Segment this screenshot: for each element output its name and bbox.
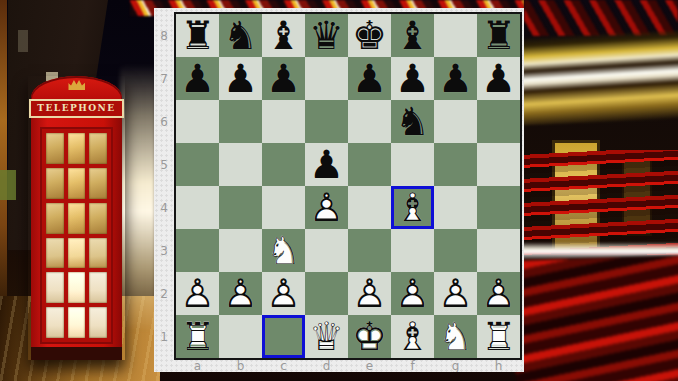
phone-box-roof (31, 76, 122, 100)
square-c6[interactable] (262, 100, 305, 143)
square-a6[interactable] (176, 100, 219, 143)
rank-label-5: 5 (154, 143, 174, 186)
telephone-sign-text: TELEPHONE (37, 104, 115, 113)
piece-glyph: ♝ (391, 14, 434, 57)
square-b4[interactable] (219, 186, 262, 229)
square-h6[interactable] (477, 100, 520, 143)
diagram-inner: 87654321 ♜♞♝♛♚♝♜♟♟♟♟♟♟♟♞♟♟♙♝♗♞♘♟♙♟♙♟♙♟♙♟… (154, 8, 524, 372)
shop-sign (0, 170, 16, 200)
window-pane (89, 203, 107, 234)
window-pane (46, 238, 64, 269)
piece-outline: ♙ (262, 272, 305, 315)
rank-label-4: 4 (154, 186, 174, 229)
square-a7[interactable]: ♟ (176, 57, 219, 100)
square-a5[interactable] (176, 143, 219, 186)
piece-white-pawn[interactable]: ♟♙ (219, 272, 262, 315)
crown-emblem-icon (68, 79, 85, 90)
square-f8[interactable]: ♝ (391, 14, 434, 57)
piece-outline: ♙ (391, 272, 434, 315)
lit-window (18, 30, 28, 52)
piece-outline: ♙ (434, 272, 477, 315)
phone-box-base (31, 347, 122, 360)
piece-glyph: ♟ (391, 57, 434, 100)
window-pane (68, 168, 86, 199)
square-f5[interactable] (391, 143, 434, 186)
light-trail (120, 64, 156, 328)
square-e5[interactable] (348, 143, 391, 186)
square-d1[interactable]: ♛♕ (305, 315, 348, 358)
piece-glyph: ♜ (176, 14, 219, 57)
square-f3[interactable] (391, 229, 434, 272)
square-g5[interactable] (434, 143, 477, 186)
rank-label-3: 3 (154, 229, 174, 272)
piece-black-knight[interactable]: ♞ (391, 100, 434, 143)
square-f1[interactable]: ♝♗ (391, 315, 434, 358)
rank-label-8: 8 (154, 14, 174, 57)
square-a8[interactable]: ♜ (176, 14, 219, 57)
file-label-a: a (176, 360, 219, 372)
piece-black-pawn[interactable]: ♟ (305, 143, 348, 186)
square-e8[interactable]: ♚ (348, 14, 391, 57)
piece-glyph: ♞ (391, 100, 434, 143)
piece-white-pawn[interactable]: ♟♙ (348, 272, 391, 315)
street-photo-right (524, 0, 678, 381)
square-c7[interactable]: ♟ (262, 57, 305, 100)
file-label-h: h (477, 360, 520, 372)
square-c8[interactable]: ♝ (262, 14, 305, 57)
square-c5[interactable] (262, 143, 305, 186)
file-label-f: f (391, 360, 434, 372)
window-pane (46, 272, 64, 303)
piece-black-pawn[interactable]: ♟ (219, 57, 262, 100)
rank-label-6: 6 (154, 100, 174, 143)
piece-black-pawn[interactable]: ♟ (434, 57, 477, 100)
square-h4[interactable] (477, 186, 520, 229)
piece-glyph: ♟ (477, 57, 520, 100)
piece-white-pawn[interactable]: ♟♙ (391, 272, 434, 315)
piece-outline: ♗ (391, 315, 434, 358)
rank-label-1: 1 (154, 315, 174, 358)
window-pane (46, 133, 64, 164)
piece-outline: ♙ (219, 272, 262, 315)
piece-white-knight[interactable]: ♞♘ (262, 229, 305, 272)
file-label-c: c (262, 360, 305, 372)
piece-black-knight[interactable]: ♞ (219, 14, 262, 57)
piece-outline: ♘ (434, 315, 477, 358)
square-h5[interactable] (477, 143, 520, 186)
street-photo-left: TELEPHONE (0, 0, 156, 381)
square-g3[interactable] (434, 229, 477, 272)
piece-white-pawn[interactable]: ♟♙ (262, 272, 305, 315)
square-d5[interactable]: ♟ (305, 143, 348, 186)
piece-white-king[interactable]: ♚♔ (348, 315, 391, 358)
phone-box-door (40, 127, 113, 344)
piece-glyph: ♞ (219, 14, 262, 57)
square-a4[interactable] (176, 186, 219, 229)
rank-labels: 87654321 (154, 12, 174, 372)
piece-glyph: ♚ (348, 14, 391, 57)
piece-black-pawn[interactable]: ♟ (391, 57, 434, 100)
square-c4[interactable] (262, 186, 305, 229)
window-pane (68, 203, 86, 234)
piece-outline: ♔ (348, 315, 391, 358)
square-b2[interactable]: ♟♙ (219, 272, 262, 315)
square-b3[interactable] (219, 229, 262, 272)
square-g8[interactable] (434, 14, 477, 57)
square-h8[interactable]: ♜ (477, 14, 520, 57)
square-b1[interactable] (219, 315, 262, 358)
square-g2[interactable]: ♟♙ (434, 272, 477, 315)
square-b5[interactable] (219, 143, 262, 186)
piece-glyph: ♟ (305, 143, 348, 186)
square-h2[interactable]: ♟♙ (477, 272, 520, 315)
piece-white-bishop[interactable]: ♝♗ (391, 315, 434, 358)
piece-black-pawn[interactable]: ♟ (176, 57, 219, 100)
square-e2[interactable]: ♟♙ (348, 272, 391, 315)
board-and-files: ♜♞♝♛♚♝♜♟♟♟♟♟♟♟♞♟♟♙♝♗♞♘♟♙♟♙♟♙♟♙♟♙♟♙♟♙♜♖♛♕… (174, 12, 522, 372)
piece-black-pawn[interactable]: ♟ (262, 57, 305, 100)
window-pane (89, 133, 107, 164)
rank-label-2: 2 (154, 272, 174, 315)
piece-white-pawn[interactable]: ♟♙ (477, 272, 520, 315)
window-pane (46, 168, 64, 199)
piece-outline: ♕ (305, 315, 348, 358)
square-b7[interactable]: ♟ (219, 57, 262, 100)
square-e7[interactable]: ♟ (348, 57, 391, 100)
piece-black-pawn[interactable]: ♟ (477, 57, 520, 100)
piece-outline: ♙ (348, 272, 391, 315)
piece-glyph: ♟ (434, 57, 477, 100)
square-c3[interactable]: ♞♘ (262, 229, 305, 272)
piece-outline: ♖ (176, 315, 219, 358)
piece-glyph: ♝ (262, 14, 305, 57)
piece-outline: ♙ (305, 186, 348, 229)
piece-glyph: ♟ (262, 57, 305, 100)
square-d8[interactable]: ♛ (305, 14, 348, 57)
square-h1[interactable]: ♜♖ (477, 315, 520, 358)
lit-building-edge (0, 0, 7, 300)
window-pane (89, 238, 107, 269)
piece-black-bishop[interactable]: ♝ (262, 14, 305, 57)
square-b8[interactable]: ♞ (219, 14, 262, 57)
square-c2[interactable]: ♟♙ (262, 272, 305, 315)
square-e4[interactable] (348, 186, 391, 229)
piece-black-queen[interactable]: ♛ (305, 14, 348, 57)
chess-diagram: 87654321 ♜♞♝♛♚♝♜♟♟♟♟♟♟♟♞♟♟♙♝♗♞♘♟♙♟♙♟♙♟♙♟… (154, 8, 524, 372)
window-pane (68, 307, 86, 338)
square-g7[interactable]: ♟ (434, 57, 477, 100)
square-f6[interactable]: ♞ (391, 100, 434, 143)
square-g1[interactable]: ♞♘ (434, 315, 477, 358)
piece-glyph: ♟ (348, 57, 391, 100)
square-b6[interactable] (219, 100, 262, 143)
phone-box-body (31, 118, 122, 360)
piece-glyph: ♟ (176, 57, 219, 100)
square-a2[interactable]: ♟♙ (176, 272, 219, 315)
piece-black-pawn[interactable]: ♟ (348, 57, 391, 100)
square-a3[interactable] (176, 229, 219, 272)
square-a1[interactable]: ♜♖ (176, 315, 219, 358)
piece-white-bishop[interactable]: ♝♗ (391, 186, 434, 229)
window-pane (89, 307, 107, 338)
piece-glyph: ♟ (219, 57, 262, 100)
file-label-e: e (348, 360, 391, 372)
piece-white-pawn[interactable]: ♟♙ (434, 272, 477, 315)
window-pane (46, 307, 64, 338)
square-g4[interactable] (434, 186, 477, 229)
piece-white-rook[interactable]: ♜♖ (477, 315, 520, 358)
square-f7[interactable]: ♟ (391, 57, 434, 100)
telephone-box: TELEPHONE (28, 76, 125, 360)
piece-white-queen[interactable]: ♛♕ (305, 315, 348, 358)
piece-white-pawn[interactable]: ♟♙ (176, 272, 219, 315)
window-pane (68, 272, 86, 303)
square-d2[interactable] (305, 272, 348, 315)
red-light-streaks (520, 150, 678, 255)
rank-label-7: 7 (154, 57, 174, 100)
piece-outline: ♙ (176, 272, 219, 315)
file-label-d: d (305, 360, 348, 372)
yellow-light-streaks (516, 30, 678, 125)
window-pane (68, 133, 86, 164)
square-d3[interactable] (305, 229, 348, 272)
piece-black-rook[interactable]: ♜ (477, 14, 520, 57)
square-e3[interactable] (348, 229, 391, 272)
piece-glyph: ♜ (477, 14, 520, 57)
piece-outline: ♙ (477, 272, 520, 315)
square-d4[interactable]: ♟♙ (305, 186, 348, 229)
file-label-b: b (219, 360, 262, 372)
piece-black-rook[interactable]: ♜ (176, 14, 219, 57)
square-c1[interactable] (262, 315, 305, 358)
piece-white-pawn[interactable]: ♟♙ (305, 186, 348, 229)
file-labels: abcdefgh (176, 360, 522, 372)
piece-black-king[interactable]: ♚ (348, 14, 391, 57)
scene: TELEPHONE 87654321 ♜♞♝♛♚♝♜♟♟♟♟♟♟♟♞♟♟♙♝♗♞… (0, 0, 678, 381)
piece-white-rook[interactable]: ♜♖ (176, 315, 219, 358)
telephone-sign: TELEPHONE (29, 99, 124, 118)
square-g6[interactable] (434, 100, 477, 143)
square-d6[interactable] (305, 100, 348, 143)
square-h7[interactable]: ♟ (477, 57, 520, 100)
square-f2[interactable]: ♟♙ (391, 272, 434, 315)
window-pane (89, 168, 107, 199)
square-e6[interactable] (348, 100, 391, 143)
square-d7[interactable] (305, 57, 348, 100)
square-e1[interactable]: ♚♔ (348, 315, 391, 358)
piece-outline: ♖ (477, 315, 520, 358)
square-h3[interactable] (477, 229, 520, 272)
window-pane (46, 203, 64, 234)
red-light-trails-bottom (512, 255, 678, 381)
chess-board: ♜♞♝♛♚♝♜♟♟♟♟♟♟♟♞♟♟♙♝♗♞♘♟♙♟♙♟♙♟♙♟♙♟♙♟♙♜♖♛♕… (174, 12, 522, 360)
window-pane (89, 272, 107, 303)
piece-glyph: ♛ (305, 14, 348, 57)
piece-outline: ♗ (391, 186, 434, 229)
piece-outline: ♘ (262, 229, 305, 272)
file-label-g: g (434, 360, 477, 372)
square-f4[interactable]: ♝♗ (391, 186, 434, 229)
window-pane (68, 238, 86, 269)
piece-white-knight[interactable]: ♞♘ (434, 315, 477, 358)
piece-black-bishop[interactable]: ♝ (391, 14, 434, 57)
